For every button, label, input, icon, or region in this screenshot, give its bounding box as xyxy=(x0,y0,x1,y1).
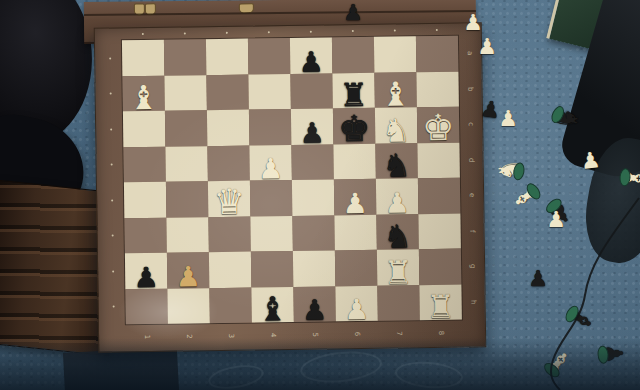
captured-piece-white-pawn[interactable]: ♟ xyxy=(576,145,605,178)
captured-piece-white-bishop-lying[interactable]: ♝ xyxy=(539,342,578,382)
captured-piece-white-knight-lying[interactable]: ♞ xyxy=(491,154,525,185)
white-pawn-glyph: ♟ xyxy=(576,145,605,178)
captured-piece-black-pawn-lying[interactable]: ♟ xyxy=(598,339,630,368)
captured-piece-black-knight-lying[interactable]: ♞ xyxy=(549,101,587,137)
captured-piece-white-bishop-lying[interactable]: ♝ xyxy=(620,164,640,193)
black-pawn-glyph: ♟ xyxy=(340,0,366,28)
captured-piece-white-bishop-lying[interactable]: ♝ xyxy=(505,178,544,217)
captured-piece-white-pawn[interactable]: ♟ xyxy=(474,32,500,62)
white-pawn-glyph: ♟ xyxy=(474,32,500,62)
white-pawn-glyph: ♟ xyxy=(543,205,569,235)
captured-piece-black-bishop-lying[interactable]: ♝ xyxy=(562,301,601,339)
captured-piece-white-pawn[interactable]: ♟ xyxy=(495,104,521,134)
captured-piece-black-pawn[interactable]: ♟ xyxy=(525,264,551,294)
captured-piece-white-pawn[interactable]: ♟ xyxy=(543,205,569,235)
scene: ♟♝♜♝♟♚♞♚♟♞♛♟♟♞♟♟♜♝♟♟♜ 12345678 abcdefgh … xyxy=(0,0,640,390)
black-pawn-glyph: ♟ xyxy=(525,264,551,294)
captured-piece-black-pawn[interactable]: ♟ xyxy=(340,0,366,28)
captured-pieces-area: ♟♟♟♟♟♞♞♟♝♟♟♝♟♝♝♟ xyxy=(0,0,640,390)
white-pawn-glyph: ♟ xyxy=(495,104,521,134)
